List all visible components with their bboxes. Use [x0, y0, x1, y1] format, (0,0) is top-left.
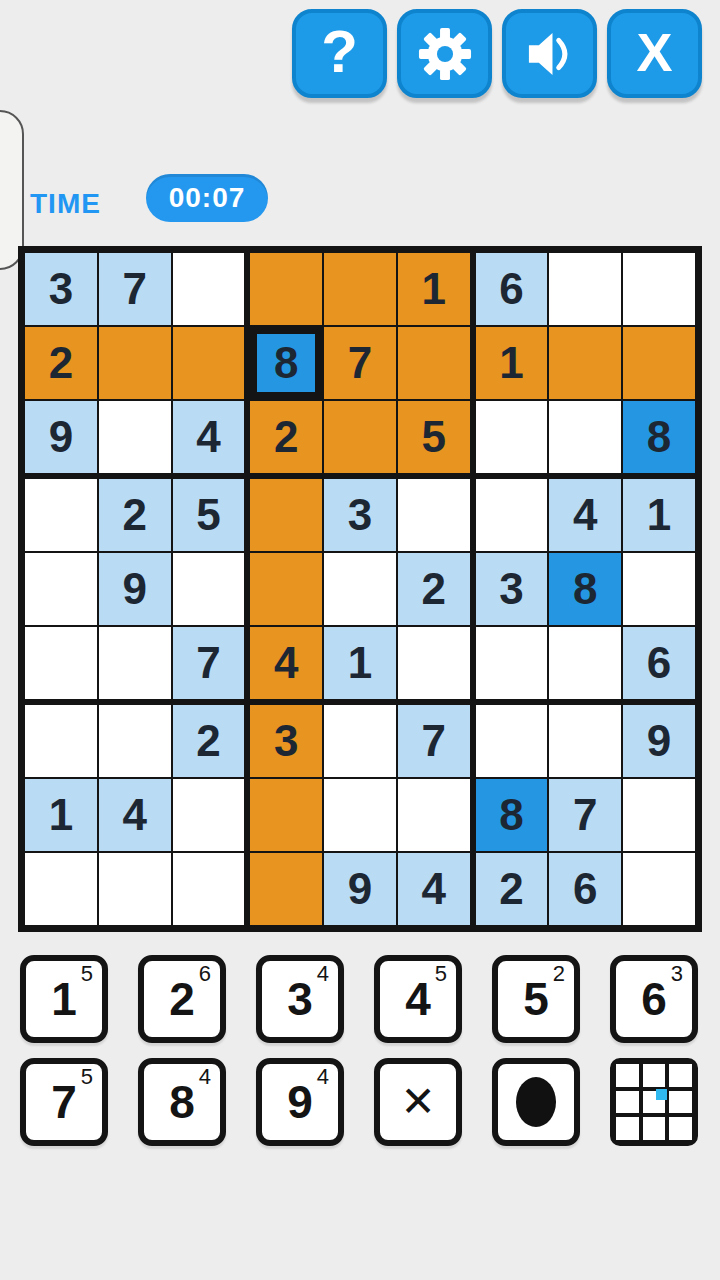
cell-r3c4[interactable]: 2	[250, 401, 322, 473]
box-6: 41386	[476, 479, 695, 699]
cell-r3c5[interactable]	[324, 401, 396, 473]
cell-r4c4[interactable]	[250, 479, 322, 551]
cell-r6c4[interactable]: 4	[250, 627, 322, 699]
sudoku-board: 37294187256182597324141386214379498726	[18, 246, 702, 932]
pen-mode-button[interactable]	[492, 1058, 580, 1146]
cell-r6c8[interactable]	[549, 627, 621, 699]
cell-r6c5[interactable]: 1	[324, 627, 396, 699]
cell-r7c5[interactable]	[324, 705, 396, 777]
numpad-count-badge: 5	[435, 963, 447, 985]
cell-r8c4[interactable]	[250, 779, 322, 851]
numpad-count-badge: 4	[199, 1066, 211, 1088]
numpad-digit: 7	[51, 1079, 77, 1125]
mini-grid-cell	[643, 1064, 666, 1087]
numpad-count-badge: 6	[199, 963, 211, 985]
cell-r9c2[interactable]	[99, 853, 171, 925]
cell-r7c3[interactable]: 2	[173, 705, 245, 777]
cell-r2c1[interactable]: 2	[25, 327, 97, 399]
cell-r1c4[interactable]	[250, 253, 322, 325]
numpad-2-button[interactable]: 26	[138, 955, 226, 1043]
cell-r2c8[interactable]	[549, 327, 621, 399]
notes-blue-mark-icon	[656, 1089, 667, 1100]
mini-grid-cell	[669, 1117, 692, 1140]
cell-r5c3[interactable]	[173, 553, 245, 625]
cell-r9c5[interactable]: 9	[324, 853, 396, 925]
gear-icon	[414, 23, 476, 85]
cell-r1c1[interactable]: 3	[25, 253, 97, 325]
cell-r5c7[interactable]: 3	[476, 553, 548, 625]
cell-r1c6[interactable]: 1	[398, 253, 470, 325]
cell-r6c1[interactable]	[25, 627, 97, 699]
cell-r5c1[interactable]	[25, 553, 97, 625]
help-button[interactable]: ?	[292, 9, 387, 98]
box-3: 618	[476, 253, 695, 473]
cell-r6c2[interactable]	[99, 627, 171, 699]
numpad-digit: 1	[51, 976, 77, 1022]
numpad-4-button[interactable]: 45	[374, 955, 462, 1043]
cell-r9c9[interactable]	[623, 853, 695, 925]
numpad-digit: 3	[287, 976, 313, 1022]
numpad-digit: 2	[169, 976, 195, 1022]
numpad-row-2: 758494 ✕	[20, 1058, 698, 1146]
mini-grid-cell	[616, 1117, 639, 1140]
box-4: 2597	[25, 479, 244, 699]
notes-mode-button[interactable]	[610, 1058, 698, 1146]
numpad-digit: 6	[641, 976, 667, 1022]
numpad-7-button[interactable]: 75	[20, 1058, 108, 1146]
close-button[interactable]: X	[607, 9, 702, 98]
pen-circle-icon	[516, 1077, 556, 1127]
cell-r2c6[interactable]	[398, 327, 470, 399]
cell-r9c3[interactable]	[173, 853, 245, 925]
cell-r5c8[interactable]: 8	[549, 553, 621, 625]
cell-r8c7[interactable]: 8	[476, 779, 548, 851]
cell-r4c5[interactable]: 3	[324, 479, 396, 551]
toolbar: ?	[292, 9, 702, 98]
cell-r7c2[interactable]	[99, 705, 171, 777]
cell-r9c6[interactable]: 4	[398, 853, 470, 925]
cell-r1c2[interactable]: 7	[99, 253, 171, 325]
box-5: 3241	[250, 479, 469, 699]
cell-r1c9[interactable]	[623, 253, 695, 325]
cell-r7c7[interactable]	[476, 705, 548, 777]
cell-r3c9[interactable]: 8	[623, 401, 695, 473]
cell-r2c4[interactable]: 8	[250, 327, 322, 399]
cell-r4c1[interactable]	[25, 479, 97, 551]
cell-r4c8[interactable]: 4	[549, 479, 621, 551]
cell-r9c8[interactable]: 6	[549, 853, 621, 925]
box-8: 3794	[250, 705, 469, 925]
settings-button[interactable]	[397, 9, 492, 98]
box-9: 98726	[476, 705, 695, 925]
cell-r3c3[interactable]: 4	[173, 401, 245, 473]
cell-r9c1[interactable]	[25, 853, 97, 925]
erase-button[interactable]: ✕	[374, 1058, 462, 1146]
mini-grid-cell	[669, 1091, 692, 1114]
erase-icon: ✕	[400, 1081, 435, 1123]
cell-r5c5[interactable]	[324, 553, 396, 625]
cell-r8c6[interactable]	[398, 779, 470, 851]
cell-r7c4[interactable]: 3	[250, 705, 322, 777]
cell-r3c8[interactable]	[549, 401, 621, 473]
numpad-count-badge: 2	[553, 963, 565, 985]
numpad-9-button[interactable]: 94	[256, 1058, 344, 1146]
cell-r5c4[interactable]	[250, 553, 322, 625]
cell-r3c2[interactable]	[99, 401, 171, 473]
cell-r2c2[interactable]	[99, 327, 171, 399]
cell-r9c7[interactable]: 2	[476, 853, 548, 925]
cell-r7c1[interactable]	[25, 705, 97, 777]
numpad-digit: 4	[405, 976, 431, 1022]
cell-r2c3[interactable]	[173, 327, 245, 399]
speaker-icon	[519, 23, 581, 85]
numpad-5-button[interactable]: 52	[492, 955, 580, 1043]
help-icon: ?	[321, 22, 358, 82]
cell-r3c6[interactable]: 5	[398, 401, 470, 473]
box-7: 214	[25, 705, 244, 925]
mini-grid-cell	[616, 1091, 639, 1114]
cell-r7c8[interactable]	[549, 705, 621, 777]
timer-value: 00:07	[169, 182, 246, 214]
cell-r2c7[interactable]: 1	[476, 327, 548, 399]
numpad-1-button[interactable]: 15	[20, 955, 108, 1043]
cell-r8c2[interactable]: 4	[99, 779, 171, 851]
numpad-6-button[interactable]: 63	[610, 955, 698, 1043]
numpad-3-button[interactable]: 34	[256, 955, 344, 1043]
cell-r1c5[interactable]	[324, 253, 396, 325]
numpad-count-badge: 3	[671, 963, 683, 985]
cell-r4c9[interactable]: 1	[623, 479, 695, 551]
cell-r6c6[interactable]	[398, 627, 470, 699]
numpad-count-badge: 4	[317, 1066, 329, 1088]
close-icon: X	[636, 25, 672, 79]
numpad-count-badge: 5	[81, 963, 93, 985]
cell-r8c9[interactable]	[623, 779, 695, 851]
numpad-count-badge: 4	[317, 963, 329, 985]
cell-r1c8[interactable]	[549, 253, 621, 325]
numpad-digit: 9	[287, 1079, 313, 1125]
cell-r5c6[interactable]: 2	[398, 553, 470, 625]
cell-r8c5[interactable]	[324, 779, 396, 851]
cell-r7c6[interactable]: 7	[398, 705, 470, 777]
box-2: 18725	[250, 253, 469, 473]
numpad-digit: 5	[523, 976, 549, 1022]
cell-r8c8[interactable]: 7	[549, 779, 621, 851]
cell-r6c9[interactable]: 6	[623, 627, 695, 699]
mini-grid-cell	[616, 1064, 639, 1087]
cell-r5c2[interactable]: 9	[99, 553, 171, 625]
cell-r1c3[interactable]	[173, 253, 245, 325]
cell-r9c4[interactable]	[250, 853, 322, 925]
cell-r4c2[interactable]: 2	[99, 479, 171, 551]
sound-button[interactable]	[502, 9, 597, 98]
cell-r4c7[interactable]	[476, 479, 548, 551]
cell-r1c7[interactable]: 6	[476, 253, 548, 325]
cell-r5c9[interactable]	[623, 553, 695, 625]
cell-r6c3[interactable]: 7	[173, 627, 245, 699]
cell-r3c7[interactable]	[476, 401, 548, 473]
cell-r2c5[interactable]: 7	[324, 327, 396, 399]
numpad-row-1: 152634455263	[20, 955, 698, 1043]
cell-r8c3[interactable]	[173, 779, 245, 851]
mini-grid-cell	[669, 1064, 692, 1087]
cell-r4c6[interactable]	[398, 479, 470, 551]
cell-r8c1[interactable]: 1	[25, 779, 97, 851]
mini-grid-cell	[643, 1117, 666, 1140]
numpad-digit: 8	[169, 1079, 195, 1125]
numpad-count-badge: 5	[81, 1066, 93, 1088]
cell-r3c1[interactable]: 9	[25, 401, 97, 473]
cell-r6c7[interactable]	[476, 627, 548, 699]
box-1: 37294	[25, 253, 244, 473]
cell-r7c9[interactable]: 9	[623, 705, 695, 777]
time-label: TIME	[30, 188, 101, 220]
cell-r2c9[interactable]	[623, 327, 695, 399]
cell-r4c3[interactable]: 5	[173, 479, 245, 551]
timer-badge: 00:07	[146, 174, 268, 222]
numpad-8-button[interactable]: 84	[138, 1058, 226, 1146]
